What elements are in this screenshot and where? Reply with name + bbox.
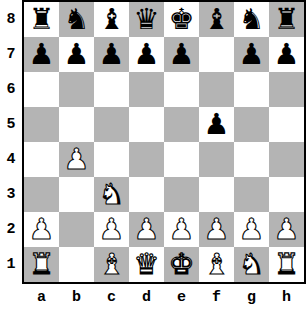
square-g1[interactable]: ♞ [234,247,269,282]
square-d6[interactable] [129,72,164,107]
file-label-f: f [199,287,234,309]
square-a7[interactable]: ♟ [24,37,59,72]
square-d4[interactable] [129,142,164,177]
square-g6[interactable] [234,72,269,107]
square-a2[interactable]: ♟ [24,212,59,247]
chess-diagram: 87654321 ♜♞♝♛♚♝♞♜♟♟♟♟♟♟♟♟♟♞♟♟♟♟♟♟♟♜♝♛♚♝♞… [0,0,306,309]
square-b2[interactable] [59,212,94,247]
piece-black-knight: ♞ [234,2,269,37]
square-d8[interactable]: ♛ [129,2,164,37]
square-e3[interactable] [164,177,199,212]
piece-white-bishop: ♝ [199,247,234,282]
square-c1[interactable]: ♝ [94,247,129,282]
square-g2[interactable]: ♟ [234,212,269,247]
square-b3[interactable] [59,177,94,212]
square-a3[interactable] [24,177,59,212]
file-label-d: d [129,287,164,309]
square-a4[interactable] [24,142,59,177]
piece-black-knight: ♞ [59,2,94,37]
file-label-b: b [59,287,94,309]
square-h2[interactable]: ♟ [269,212,304,247]
piece-black-pawn: ♟ [234,37,269,72]
square-e6[interactable] [164,72,199,107]
piece-white-queen: ♛ [129,247,164,282]
piece-white-pawn: ♟ [269,212,304,247]
square-c4[interactable] [94,142,129,177]
square-a8[interactable]: ♜ [24,2,59,37]
rank-label-1: 1 [0,247,22,282]
square-c6[interactable] [94,72,129,107]
piece-black-king: ♚ [164,2,199,37]
piece-white-bishop: ♝ [94,247,129,282]
square-h8[interactable]: ♜ [269,2,304,37]
square-b4[interactable]: ♟ [59,142,94,177]
piece-black-pawn: ♟ [269,37,304,72]
square-g5[interactable] [234,107,269,142]
rank-labels: 87654321 [0,2,22,282]
rank-label-6: 6 [0,72,22,107]
rank-label-7: 7 [0,37,22,72]
square-c7[interactable]: ♟ [94,37,129,72]
square-f4[interactable] [199,142,234,177]
square-g3[interactable] [234,177,269,212]
square-e2[interactable]: ♟ [164,212,199,247]
square-b5[interactable] [59,107,94,142]
square-d2[interactable]: ♟ [129,212,164,247]
square-h5[interactable] [269,107,304,142]
piece-white-pawn: ♟ [164,212,199,247]
piece-white-pawn: ♟ [59,142,94,177]
square-e8[interactable]: ♚ [164,2,199,37]
piece-black-pawn: ♟ [94,37,129,72]
piece-white-knight: ♞ [234,247,269,282]
square-h7[interactable]: ♟ [269,37,304,72]
file-label-h: h [269,287,304,309]
piece-black-pawn: ♟ [199,107,234,142]
square-e4[interactable] [164,142,199,177]
piece-white-rook: ♜ [269,247,304,282]
piece-white-pawn: ♟ [94,212,129,247]
square-c8[interactable]: ♝ [94,2,129,37]
square-f1[interactable]: ♝ [199,247,234,282]
square-f2[interactable]: ♟ [199,212,234,247]
square-b8[interactable]: ♞ [59,2,94,37]
square-d1[interactable]: ♛ [129,247,164,282]
square-g4[interactable] [234,142,269,177]
square-e5[interactable] [164,107,199,142]
square-a1[interactable]: ♜ [24,247,59,282]
square-d7[interactable]: ♟ [129,37,164,72]
square-c3[interactable]: ♞ [94,177,129,212]
piece-white-pawn: ♟ [24,212,59,247]
square-c2[interactable]: ♟ [94,212,129,247]
file-label-c: c [94,287,129,309]
piece-white-king: ♚ [164,247,199,282]
square-e1[interactable]: ♚ [164,247,199,282]
file-label-a: a [24,287,59,309]
rank-label-3: 3 [0,177,22,212]
square-d3[interactable] [129,177,164,212]
square-b6[interactable] [59,72,94,107]
rank-label-8: 8 [0,2,22,37]
square-h3[interactable] [269,177,304,212]
piece-white-knight: ♞ [94,177,129,212]
piece-black-pawn: ♟ [164,37,199,72]
file-labels: abcdefgh [24,287,304,309]
piece-black-queen: ♛ [129,2,164,37]
square-b7[interactable]: ♟ [59,37,94,72]
square-f8[interactable]: ♝ [199,2,234,37]
square-a6[interactable] [24,72,59,107]
piece-white-pawn: ♟ [129,212,164,247]
piece-black-pawn: ♟ [24,37,59,72]
square-f3[interactable] [199,177,234,212]
square-h4[interactable] [269,142,304,177]
rank-label-2: 2 [0,212,22,247]
square-a5[interactable] [24,107,59,142]
square-h6[interactable] [269,72,304,107]
piece-black-rook: ♜ [269,2,304,37]
square-c5[interactable] [94,107,129,142]
piece-white-pawn: ♟ [234,212,269,247]
rank-label-4: 4 [0,142,22,177]
square-e7[interactable]: ♟ [164,37,199,72]
piece-black-bishop: ♝ [94,2,129,37]
square-f5[interactable]: ♟ [199,107,234,142]
square-f6[interactable] [199,72,234,107]
rank-label-5: 5 [0,107,22,142]
piece-black-pawn: ♟ [59,37,94,72]
chess-board: ♜♞♝♛♚♝♞♜♟♟♟♟♟♟♟♟♟♞♟♟♟♟♟♟♟♜♝♛♚♝♞♜ [22,0,306,284]
square-g7[interactable]: ♟ [234,37,269,72]
piece-white-rook: ♜ [24,247,59,282]
piece-black-rook: ♜ [24,2,59,37]
file-label-e: e [164,287,199,309]
piece-black-pawn: ♟ [129,37,164,72]
piece-white-pawn: ♟ [199,212,234,247]
file-label-g: g [234,287,269,309]
square-h1[interactable]: ♜ [269,247,304,282]
square-d5[interactable] [129,107,164,142]
piece-black-bishop: ♝ [199,2,234,37]
square-g8[interactable]: ♞ [234,2,269,37]
square-b1[interactable] [59,247,94,282]
square-f7[interactable] [199,37,234,72]
